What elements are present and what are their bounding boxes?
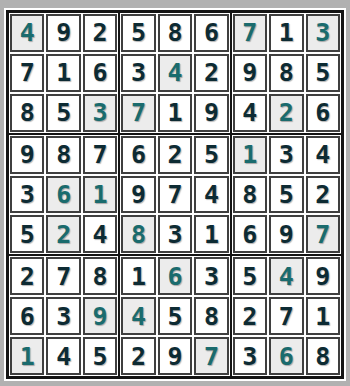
sudoku-box-5: 625974831	[120, 135, 229, 255]
sudoku-cell-r4c9[interactable]: 4	[306, 136, 340, 174]
sudoku-cell-r8c7[interactable]: 2	[233, 297, 267, 335]
sudoku-cell-r1c1[interactable]: 4	[10, 14, 44, 52]
sudoku-cell-r3c8[interactable]: 2	[269, 94, 303, 132]
sudoku-cell-r5c8[interactable]: 5	[269, 176, 303, 214]
sudoku-cell-r7c1[interactable]: 2	[10, 257, 44, 295]
sudoku-panel: 4927168535863427197139854269873615246259…	[4, 8, 346, 381]
sudoku-cell-r4c5[interactable]: 2	[158, 136, 192, 174]
sudoku-cell-r2c2[interactable]: 1	[46, 54, 80, 92]
sudoku-cell-r3c4[interactable]: 7	[121, 94, 155, 132]
sudoku-cell-r9c5[interactable]: 9	[158, 337, 192, 375]
sudoku-cell-r7c9[interactable]: 9	[306, 257, 340, 295]
sudoku-cell-r8c4[interactable]: 4	[121, 297, 155, 335]
sudoku-cell-r7c8[interactable]: 4	[269, 257, 303, 295]
sudoku-cell-r6c9[interactable]: 7	[306, 215, 340, 253]
sudoku-cell-r9c2[interactable]: 4	[46, 337, 80, 375]
sudoku-cell-r5c6[interactable]: 4	[194, 176, 228, 214]
sudoku-cell-r5c1[interactable]: 3	[10, 176, 44, 214]
sudoku-cell-r8c3[interactable]: 9	[83, 297, 117, 335]
sudoku-cell-r7c4[interactable]: 1	[121, 257, 155, 295]
sudoku-cell-r2c6[interactable]: 2	[194, 54, 228, 92]
sudoku-cell-r6c6[interactable]: 1	[194, 215, 228, 253]
sudoku-cell-r7c7[interactable]: 5	[233, 257, 267, 295]
sudoku-cell-r5c7[interactable]: 8	[233, 176, 267, 214]
sudoku-cell-r3c1[interactable]: 8	[10, 94, 44, 132]
sudoku-cell-r1c4[interactable]: 5	[121, 14, 155, 52]
sudoku-cell-r1c3[interactable]: 2	[83, 14, 117, 52]
sudoku-cell-r8c6[interactable]: 8	[194, 297, 228, 335]
sudoku-box-7: 278639145	[9, 256, 118, 376]
sudoku-cell-r1c6[interactable]: 6	[194, 14, 228, 52]
sudoku-cell-r3c3[interactable]: 3	[83, 94, 117, 132]
sudoku-cell-r1c7[interactable]: 7	[233, 14, 267, 52]
sudoku-cell-r4c4[interactable]: 6	[121, 136, 155, 174]
sudoku-box-8: 163458297	[120, 256, 229, 376]
sudoku-cell-r2c4[interactable]: 3	[121, 54, 155, 92]
sudoku-cell-r8c2[interactable]: 3	[46, 297, 80, 335]
sudoku-box-1: 492716853	[9, 13, 118, 133]
sudoku-cell-r5c5[interactable]: 7	[158, 176, 192, 214]
sudoku-cell-r2c3[interactable]: 6	[83, 54, 117, 92]
sudoku-cell-r4c3[interactable]: 7	[83, 136, 117, 174]
sudoku-cell-r6c1[interactable]: 5	[10, 215, 44, 253]
sudoku-cell-r2c1[interactable]: 7	[10, 54, 44, 92]
sudoku-cell-r2c9[interactable]: 5	[306, 54, 340, 92]
sudoku-cell-r6c7[interactable]: 6	[233, 215, 267, 253]
sudoku-cell-r7c6[interactable]: 3	[194, 257, 228, 295]
sudoku-cell-r3c7[interactable]: 4	[233, 94, 267, 132]
sudoku-cell-r8c1[interactable]: 6	[10, 297, 44, 335]
sudoku-cell-r1c2[interactable]: 9	[46, 14, 80, 52]
sudoku-cell-r5c4[interactable]: 9	[121, 176, 155, 214]
sudoku-box-6: 134852697	[232, 135, 341, 255]
sudoku-cell-r8c5[interactable]: 5	[158, 297, 192, 335]
sudoku-cell-r2c7[interactable]: 9	[233, 54, 267, 92]
sudoku-cell-r9c1[interactable]: 1	[10, 337, 44, 375]
sudoku-box-3: 713985426	[232, 13, 341, 133]
sudoku-cell-r5c2[interactable]: 6	[46, 176, 80, 214]
sudoku-cell-r3c6[interactable]: 9	[194, 94, 228, 132]
sudoku-cell-r6c2[interactable]: 2	[46, 215, 80, 253]
sudoku-cell-r4c8[interactable]: 3	[269, 136, 303, 174]
sudoku-cell-r7c2[interactable]: 7	[46, 257, 80, 295]
sudoku-box-4: 987361524	[9, 135, 118, 255]
sudoku-cell-r6c4[interactable]: 8	[121, 215, 155, 253]
sudoku-cell-r9c3[interactable]: 5	[83, 337, 117, 375]
sudoku-cell-r6c5[interactable]: 3	[158, 215, 192, 253]
sudoku-cell-r9c8[interactable]: 6	[269, 337, 303, 375]
sudoku-cell-r2c8[interactable]: 8	[269, 54, 303, 92]
sudoku-cell-r9c6[interactable]: 7	[194, 337, 228, 375]
sudoku-cell-r3c9[interactable]: 6	[306, 94, 340, 132]
sudoku-cell-r1c9[interactable]: 3	[306, 14, 340, 52]
sudoku-cell-r9c9[interactable]: 8	[306, 337, 340, 375]
sudoku-cell-r4c1[interactable]: 9	[10, 136, 44, 174]
sudoku-cell-r9c4[interactable]: 2	[121, 337, 155, 375]
sudoku-cell-r1c8[interactable]: 1	[269, 14, 303, 52]
sudoku-box-2: 586342719	[120, 13, 229, 133]
sudoku-cell-r5c9[interactable]: 2	[306, 176, 340, 214]
sudoku-cell-r9c7[interactable]: 3	[233, 337, 267, 375]
sudoku-cell-r8c9[interactable]: 1	[306, 297, 340, 335]
sudoku-cell-r2c5[interactable]: 4	[158, 54, 192, 92]
sudoku-cell-r7c3[interactable]: 8	[83, 257, 117, 295]
sudoku-cell-r5c3[interactable]: 1	[83, 176, 117, 214]
sudoku-cell-r4c6[interactable]: 5	[194, 136, 228, 174]
sudoku-cell-r6c8[interactable]: 9	[269, 215, 303, 253]
sudoku-cell-r3c2[interactable]: 5	[46, 94, 80, 132]
sudoku-cell-r3c5[interactable]: 1	[158, 94, 192, 132]
sudoku-cell-r7c5[interactable]: 6	[158, 257, 192, 295]
sudoku-cell-r4c7[interactable]: 1	[233, 136, 267, 174]
sudoku-cell-r8c8[interactable]: 7	[269, 297, 303, 335]
sudoku-board: 4927168535863427197139854269873615246259…	[6, 10, 344, 379]
page-background: { "game": "sudoku", "state": "solved", "…	[0, 0, 350, 386]
sudoku-cell-r6c3[interactable]: 4	[83, 215, 117, 253]
sudoku-box-9: 549271368	[232, 256, 341, 376]
sudoku-cell-r1c5[interactable]: 8	[158, 14, 192, 52]
sudoku-cell-r4c2[interactable]: 8	[46, 136, 80, 174]
